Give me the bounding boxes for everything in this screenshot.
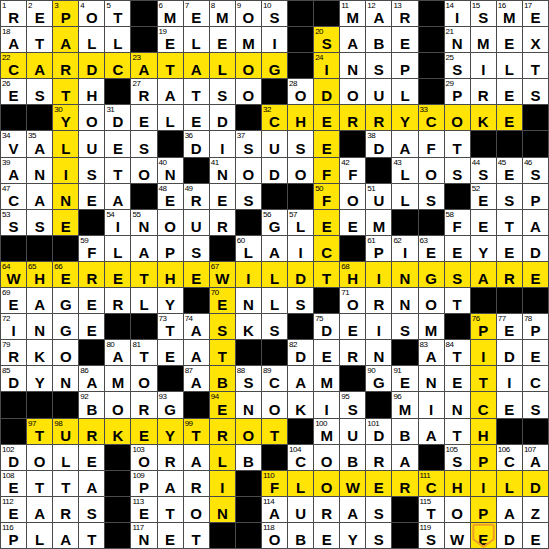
grid-cell[interactable]: A bbox=[419, 419, 444, 444]
grid-cell[interactable]: K bbox=[288, 392, 313, 417]
grid-cell[interactable]: 106C bbox=[497, 445, 522, 470]
grid-cell[interactable]: 56G bbox=[262, 210, 287, 235]
grid-cell[interactable]: R bbox=[366, 288, 391, 313]
grid-cell[interactable]: T bbox=[314, 262, 339, 287]
grid-cell[interactable]: L bbox=[53, 445, 78, 470]
grid-cell[interactable]: 29P bbox=[445, 79, 470, 104]
grid-cell[interactable]: C bbox=[314, 236, 339, 261]
grid-cell[interactable]: 39A bbox=[1, 158, 26, 183]
grid-cell[interactable]: S bbox=[131, 131, 156, 156]
grid-cell[interactable]: R bbox=[210, 210, 235, 235]
grid-cell[interactable]: I bbox=[210, 131, 235, 156]
grid-cell[interactable]: O bbox=[236, 419, 261, 444]
grid-cell[interactable]: E bbox=[523, 340, 548, 365]
grid-cell[interactable]: 92B bbox=[79, 392, 104, 417]
grid-cell[interactable]: 36D bbox=[184, 131, 209, 156]
grid-cell[interactable]: T bbox=[184, 79, 209, 104]
grid-cell[interactable]: 34V bbox=[1, 131, 26, 156]
cursor-cell[interactable]: E bbox=[471, 523, 496, 548]
grid-cell[interactable]: M bbox=[105, 366, 130, 391]
grid-cell[interactable]: O bbox=[53, 340, 78, 365]
grid-cell[interactable]: 95S bbox=[340, 392, 365, 417]
grid-cell[interactable]: 79R bbox=[1, 340, 26, 365]
grid-cell[interactable]: E bbox=[523, 523, 548, 548]
grid-cell[interactable]: T bbox=[445, 419, 470, 444]
grid-cell[interactable]: E bbox=[314, 210, 339, 235]
grid-cell[interactable]: 23A bbox=[131, 53, 156, 78]
grid-cell[interactable]: 91E bbox=[392, 366, 417, 391]
grid-cell[interactable]: 98U bbox=[53, 419, 78, 444]
grid-cell[interactable]: D bbox=[497, 340, 522, 365]
grid-cell[interactable]: 14I bbox=[445, 1, 470, 26]
grid-cell[interactable]: E bbox=[184, 105, 209, 130]
grid-cell[interactable]: U bbox=[340, 419, 365, 444]
grid-cell[interactable]: O bbox=[340, 79, 365, 104]
grid-cell[interactable]: R bbox=[392, 471, 417, 496]
grid-cell[interactable]: 105S bbox=[445, 445, 470, 470]
grid-cell[interactable]: 75D bbox=[314, 314, 339, 339]
grid-cell[interactable]: 116P bbox=[1, 523, 26, 548]
grid-cell[interactable]: 21N bbox=[445, 27, 470, 52]
grid-cell[interactable]: D bbox=[314, 79, 339, 104]
grid-cell[interactable]: M bbox=[314, 366, 339, 391]
grid-cell[interactable]: A bbox=[497, 497, 522, 522]
grid-cell[interactable]: H bbox=[288, 105, 313, 130]
grid-cell[interactable]: T bbox=[53, 471, 78, 496]
grid-cell[interactable]: T bbox=[27, 27, 52, 52]
grid-cell[interactable]: 93G bbox=[158, 392, 183, 417]
grid-cell[interactable]: O bbox=[340, 184, 365, 209]
grid-cell[interactable]: O bbox=[105, 392, 130, 417]
grid-cell[interactable]: 77E bbox=[497, 314, 522, 339]
grid-cell[interactable]: S bbox=[497, 184, 522, 209]
grid-cell[interactable]: 71O bbox=[340, 288, 365, 313]
grid-cell[interactable]: O bbox=[27, 445, 52, 470]
grid-cell[interactable]: 85D bbox=[1, 366, 26, 391]
grid-cell[interactable]: Y bbox=[471, 236, 496, 261]
grid-cell[interactable]: 86A bbox=[79, 366, 104, 391]
grid-cell[interactable]: T bbox=[497, 210, 522, 235]
grid-cell[interactable]: T bbox=[53, 79, 78, 104]
grid-cell[interactable]: L bbox=[27, 523, 52, 548]
grid-cell[interactable]: A bbox=[53, 523, 78, 548]
grid-cell[interactable]: 101D bbox=[366, 419, 391, 444]
grid-cell[interactable]: D bbox=[523, 236, 548, 261]
grid-cell[interactable]: 9O bbox=[236, 1, 261, 26]
grid-cell[interactable]: B bbox=[236, 445, 261, 470]
grid-cell[interactable]: A bbox=[184, 53, 209, 78]
grid-cell[interactable]: T bbox=[105, 158, 130, 183]
grid-cell[interactable]: 78P bbox=[523, 314, 548, 339]
grid-cell[interactable]: 12A bbox=[366, 1, 391, 26]
grid-cell[interactable]: A bbox=[53, 27, 78, 52]
grid-cell[interactable]: M bbox=[419, 314, 444, 339]
grid-cell[interactable]: 96M bbox=[392, 392, 417, 417]
grid-cell[interactable]: Y bbox=[158, 288, 183, 313]
grid-cell[interactable]: L bbox=[497, 53, 522, 78]
grid-cell[interactable]: 55N bbox=[131, 210, 156, 235]
grid-cell[interactable]: 17E bbox=[523, 1, 548, 26]
grid-cell[interactable]: G bbox=[419, 262, 444, 287]
grid-cell[interactable]: P bbox=[158, 236, 183, 261]
grid-cell[interactable]: 24I bbox=[314, 53, 339, 78]
grid-cell[interactable]: O bbox=[158, 210, 183, 235]
grid-cell[interactable]: E bbox=[105, 262, 130, 287]
grid-cell[interactable]: E bbox=[392, 27, 417, 52]
grid-cell[interactable]: E bbox=[314, 131, 339, 156]
grid-cell[interactable]: 27R bbox=[131, 79, 156, 104]
grid-cell[interactable]: Y bbox=[158, 419, 183, 444]
grid-cell[interactable]: 43L bbox=[392, 158, 417, 183]
grid-cell[interactable]: R bbox=[497, 262, 522, 287]
grid-cell[interactable]: 61P bbox=[366, 236, 391, 261]
grid-cell[interactable]: 25S bbox=[445, 53, 470, 78]
grid-cell[interactable]: E bbox=[210, 27, 235, 52]
grid-cell[interactable]: 94E bbox=[210, 392, 235, 417]
grid-cell[interactable]: H bbox=[445, 471, 470, 496]
grid-cell[interactable]: I bbox=[210, 471, 235, 496]
grid-cell[interactable]: 51U bbox=[366, 184, 391, 209]
grid-cell[interactable]: O bbox=[236, 79, 261, 104]
grid-cell[interactable]: O bbox=[131, 158, 156, 183]
grid-cell[interactable]: 104C bbox=[288, 445, 313, 470]
grid-cell[interactable]: N bbox=[340, 53, 365, 78]
grid-cell[interactable]: R bbox=[158, 445, 183, 470]
grid-cell[interactable]: 50F bbox=[314, 184, 339, 209]
grid-cell[interactable]: 111C bbox=[419, 471, 444, 496]
grid-cell[interactable]: O bbox=[131, 366, 156, 391]
grid-cell[interactable]: 62I bbox=[392, 236, 417, 261]
grid-cell[interactable]: E bbox=[314, 523, 339, 548]
grid-cell[interactable]: 100M bbox=[314, 419, 339, 444]
grid-cell[interactable]: O bbox=[419, 158, 444, 183]
grid-cell[interactable]: E bbox=[131, 419, 156, 444]
grid-cell[interactable]: M bbox=[471, 27, 496, 52]
grid-cell[interactable]: 65H bbox=[27, 262, 52, 287]
grid-cell[interactable]: K bbox=[236, 314, 261, 339]
grid-cell[interactable]: B bbox=[288, 523, 313, 548]
grid-cell[interactable]: D bbox=[79, 53, 104, 78]
grid-cell[interactable]: R bbox=[53, 53, 78, 78]
grid-cell[interactable]: T bbox=[523, 53, 548, 78]
grid-cell[interactable]: 83A bbox=[419, 340, 444, 365]
grid-cell[interactable]: 118O bbox=[262, 523, 287, 548]
grid-cell[interactable]: E bbox=[131, 105, 156, 130]
grid-cell[interactable]: R bbox=[79, 419, 104, 444]
grid-cell[interactable]: E bbox=[158, 523, 183, 548]
grid-cell[interactable]: I bbox=[497, 366, 522, 391]
grid-cell[interactable]: H bbox=[79, 79, 104, 104]
grid-cell[interactable]: O bbox=[445, 105, 470, 130]
grid-cell[interactable]: Y bbox=[27, 366, 52, 391]
grid-cell[interactable]: 40N bbox=[158, 158, 183, 183]
grid-cell[interactable]: U bbox=[184, 210, 209, 235]
grid-cell[interactable]: N bbox=[210, 497, 235, 522]
grid-cell[interactable]: O bbox=[236, 158, 261, 183]
grid-cell[interactable]: L bbox=[53, 131, 78, 156]
grid-cell[interactable]: L bbox=[262, 288, 287, 313]
grid-cell[interactable]: 73T bbox=[158, 314, 183, 339]
grid-cell[interactable]: N bbox=[236, 288, 261, 313]
grid-cell[interactable]: 64W bbox=[1, 262, 26, 287]
grid-cell[interactable]: I bbox=[366, 262, 391, 287]
grid-cell[interactable]: 59F bbox=[79, 236, 104, 261]
grid-cell[interactable]: E bbox=[79, 288, 104, 313]
grid-cell[interactable]: O bbox=[419, 288, 444, 313]
grid-cell[interactable]: E bbox=[497, 27, 522, 52]
grid-cell[interactable]: A bbox=[27, 184, 52, 209]
grid-cell[interactable]: B bbox=[392, 419, 417, 444]
grid-cell[interactable]: R bbox=[340, 105, 365, 130]
grid-cell[interactable]: M bbox=[236, 27, 261, 52]
grid-cell[interactable]: 90G bbox=[366, 366, 391, 391]
grid-cell[interactable]: D bbox=[497, 523, 522, 548]
grid-cell[interactable]: E bbox=[210, 184, 235, 209]
grid-cell[interactable]: T bbox=[184, 523, 209, 548]
grid-cell[interactable]: T bbox=[210, 340, 235, 365]
grid-cell[interactable]: I bbox=[236, 262, 261, 287]
grid-cell[interactable]: T bbox=[27, 471, 52, 496]
grid-cell[interactable]: E bbox=[366, 471, 391, 496]
grid-cell[interactable]: A bbox=[471, 262, 496, 287]
grid-cell[interactable]: 47C bbox=[1, 184, 26, 209]
grid-cell[interactable]: 38D bbox=[366, 131, 391, 156]
grid-cell[interactable]: A bbox=[158, 79, 183, 104]
grid-cell[interactable]: A bbox=[27, 53, 52, 78]
grid-cell[interactable]: N bbox=[445, 392, 470, 417]
grid-cell[interactable]: N bbox=[53, 366, 78, 391]
grid-cell[interactable]: L bbox=[105, 27, 130, 52]
grid-cell[interactable]: P bbox=[392, 53, 417, 78]
grid-cell[interactable]: S bbox=[419, 184, 444, 209]
grid-cell[interactable]: 10S bbox=[262, 1, 287, 26]
grid-cell[interactable]: O bbox=[314, 471, 339, 496]
grid-cell[interactable]: 28O bbox=[288, 79, 313, 104]
grid-cell[interactable]: E bbox=[314, 105, 339, 130]
grid-cell[interactable]: A bbox=[131, 236, 156, 261]
grid-cell[interactable]: 37S bbox=[236, 131, 261, 156]
grid-cell[interactable]: P bbox=[471, 445, 496, 470]
grid-cell[interactable]: 45E bbox=[497, 158, 522, 183]
grid-cell[interactable]: L bbox=[184, 27, 209, 52]
grid-cell[interactable]: 114A bbox=[262, 497, 287, 522]
grid-cell[interactable]: I bbox=[366, 314, 391, 339]
grid-cell[interactable]: F bbox=[314, 158, 339, 183]
grid-cell[interactable]: 113E bbox=[131, 497, 156, 522]
grid-cell[interactable]: L bbox=[158, 105, 183, 130]
grid-cell[interactable]: A bbox=[340, 497, 365, 522]
grid-cell[interactable]: L bbox=[79, 27, 104, 52]
grid-cell[interactable]: S bbox=[288, 131, 313, 156]
grid-cell[interactable]: 70E bbox=[210, 288, 235, 313]
grid-cell[interactable]: S bbox=[79, 158, 104, 183]
grid-cell[interactable]: 60L bbox=[236, 236, 261, 261]
grid-cell[interactable]: G bbox=[53, 288, 78, 313]
grid-cell[interactable]: E bbox=[445, 366, 470, 391]
grid-cell[interactable]: A bbox=[105, 184, 130, 209]
grid-cell[interactable]: D bbox=[210, 105, 235, 130]
grid-cell[interactable]: K bbox=[471, 105, 496, 130]
grid-cell[interactable]: 5T bbox=[105, 1, 130, 26]
grid-cell[interactable]: 102D bbox=[1, 445, 26, 470]
grid-cell[interactable]: I bbox=[53, 158, 78, 183]
grid-cell[interactable]: U bbox=[366, 79, 391, 104]
grid-cell[interactable]: 20S bbox=[314, 27, 339, 52]
grid-cell[interactable]: U bbox=[262, 131, 287, 156]
grid-cell[interactable]: E bbox=[184, 262, 209, 287]
grid-cell[interactable]: 41N bbox=[210, 158, 235, 183]
grid-cell[interactable]: Y bbox=[340, 523, 365, 548]
grid-cell[interactable]: S bbox=[366, 523, 391, 548]
grid-cell[interactable]: S bbox=[27, 210, 52, 235]
grid-cell[interactable]: N bbox=[236, 392, 261, 417]
grid-cell[interactable]: F bbox=[419, 131, 444, 156]
grid-cell[interactable]: 8M bbox=[210, 1, 235, 26]
grid-cell[interactable]: 69E bbox=[1, 288, 26, 313]
grid-cell[interactable]: B bbox=[210, 366, 235, 391]
grid-cell[interactable]: E bbox=[158, 340, 183, 365]
grid-cell[interactable]: N bbox=[392, 288, 417, 313]
grid-cell[interactable]: S bbox=[366, 53, 391, 78]
grid-cell[interactable]: G bbox=[53, 314, 78, 339]
grid-cell[interactable]: L bbox=[497, 471, 522, 496]
grid-cell[interactable]: I bbox=[471, 53, 496, 78]
grid-cell[interactable]: O bbox=[314, 445, 339, 470]
grid-cell[interactable]: 68H bbox=[340, 262, 365, 287]
grid-cell[interactable]: R bbox=[471, 79, 496, 104]
grid-cell[interactable]: 6M bbox=[158, 1, 183, 26]
grid-cell[interactable]: E bbox=[340, 314, 365, 339]
grid-cell[interactable]: R bbox=[366, 105, 391, 130]
grid-cell[interactable]: S bbox=[79, 497, 104, 522]
grid-cell[interactable]: D bbox=[288, 262, 313, 287]
grid-cell[interactable]: U bbox=[288, 497, 313, 522]
grid-cell[interactable]: 88S bbox=[236, 366, 261, 391]
grid-cell[interactable]: 31D bbox=[105, 105, 130, 130]
grid-cell[interactable]: 119S bbox=[419, 523, 444, 548]
grid-cell[interactable]: E bbox=[497, 236, 522, 261]
grid-cell[interactable]: I bbox=[471, 340, 496, 365]
grid-cell[interactable]: B bbox=[366, 27, 391, 52]
grid-cell[interactable]: E bbox=[497, 79, 522, 104]
grid-cell[interactable]: 109P bbox=[131, 471, 156, 496]
grid-cell[interactable]: T bbox=[158, 497, 183, 522]
grid-cell[interactable]: N bbox=[27, 158, 52, 183]
grid-cell[interactable]: 15S bbox=[471, 1, 496, 26]
grid-cell[interactable]: I bbox=[419, 392, 444, 417]
grid-cell[interactable]: B bbox=[340, 445, 365, 470]
grid-cell[interactable]: A bbox=[158, 471, 183, 496]
grid-cell[interactable]: 63E bbox=[419, 236, 444, 261]
grid-cell[interactable]: L bbox=[210, 53, 235, 78]
grid-cell[interactable]: N bbox=[392, 262, 417, 287]
grid-cell[interactable]: L bbox=[392, 79, 417, 104]
grid-cell[interactable]: S bbox=[523, 79, 548, 104]
grid-cell[interactable]: S bbox=[445, 158, 470, 183]
grid-cell[interactable]: R bbox=[131, 392, 156, 417]
grid-cell[interactable]: S bbox=[262, 314, 287, 339]
grid-cell[interactable]: 3P bbox=[53, 1, 78, 26]
grid-cell[interactable]: 87A bbox=[184, 366, 209, 391]
grid-cell[interactable]: 7E bbox=[184, 1, 209, 26]
grid-cell[interactable]: 46S bbox=[523, 158, 548, 183]
grid-cell[interactable]: E bbox=[471, 210, 496, 235]
grid-cell[interactable]: 48E bbox=[158, 184, 183, 209]
grid-cell[interactable]: N bbox=[419, 366, 444, 391]
grid-cell[interactable]: 18A bbox=[1, 27, 26, 52]
grid-cell[interactable]: 97T bbox=[27, 419, 52, 444]
grid-cell[interactable]: 22C bbox=[1, 53, 26, 78]
grid-cell[interactable]: N bbox=[27, 314, 52, 339]
grid-cell[interactable]: R bbox=[366, 445, 391, 470]
grid-cell[interactable]: 84T bbox=[445, 340, 470, 365]
grid-cell[interactable]: T bbox=[158, 53, 183, 78]
grid-cell[interactable]: E bbox=[314, 340, 339, 365]
grid-cell[interactable]: L bbox=[288, 471, 313, 496]
grid-cell[interactable]: 16M bbox=[497, 1, 522, 26]
grid-cell[interactable]: C bbox=[523, 366, 548, 391]
grid-cell[interactable]: 35A bbox=[27, 131, 52, 156]
grid-cell[interactable]: 58F bbox=[445, 210, 470, 235]
grid-cell[interactable]: T bbox=[262, 419, 287, 444]
grid-cell[interactable]: 103O bbox=[131, 445, 156, 470]
grid-cell[interactable]: 107A bbox=[523, 445, 548, 470]
grid-cell[interactable]: L bbox=[392, 184, 417, 209]
grid-cell[interactable]: 49R bbox=[184, 184, 209, 209]
grid-cell[interactable]: 53S bbox=[1, 210, 26, 235]
grid-cell[interactable]: O bbox=[184, 497, 209, 522]
grid-cell[interactable]: I bbox=[314, 392, 339, 417]
grid-cell[interactable]: Y bbox=[392, 105, 417, 130]
grid-cell[interactable]: H bbox=[158, 262, 183, 287]
grid-cell[interactable]: W bbox=[445, 523, 470, 548]
grid-cell[interactable]: A bbox=[340, 27, 365, 52]
grid-cell[interactable]: 11M bbox=[340, 1, 365, 26]
grid-cell[interactable]: T bbox=[445, 288, 470, 313]
grid-cell[interactable]: S bbox=[445, 262, 470, 287]
grid-cell[interactable]: O bbox=[288, 158, 313, 183]
grid-cell[interactable]: 82D bbox=[288, 340, 313, 365]
grid-cell[interactable]: 115T bbox=[419, 497, 444, 522]
grid-cell[interactable]: W bbox=[340, 471, 365, 496]
grid-cell[interactable]: S bbox=[210, 314, 235, 339]
grid-cell[interactable]: R bbox=[340, 340, 365, 365]
grid-cell[interactable]: E bbox=[523, 262, 548, 287]
grid-cell[interactable]: R bbox=[105, 288, 130, 313]
grid-cell[interactable]: T bbox=[131, 262, 156, 287]
grid-cell[interactable]: 80A bbox=[105, 340, 130, 365]
grid-cell[interactable]: 52E bbox=[471, 184, 496, 209]
grid-cell[interactable]: E bbox=[497, 105, 522, 130]
grid-cell[interactable]: 67W bbox=[210, 262, 235, 287]
grid-cell[interactable]: K bbox=[27, 340, 52, 365]
grid-cell[interactable]: O bbox=[79, 105, 104, 130]
grid-cell[interactable]: A bbox=[184, 340, 209, 365]
grid-cell[interactable]: R bbox=[184, 471, 209, 496]
grid-cell[interactable]: R bbox=[53, 497, 78, 522]
grid-cell[interactable]: A bbox=[27, 288, 52, 313]
grid-cell[interactable]: 72I bbox=[1, 314, 26, 339]
grid-cell[interactable]: T bbox=[471, 366, 496, 391]
grid-cell[interactable]: 81T bbox=[131, 340, 156, 365]
grid-cell[interactable]: 2E bbox=[27, 1, 52, 26]
grid-cell[interactable]: E bbox=[340, 210, 365, 235]
grid-cell[interactable]: S bbox=[392, 314, 417, 339]
grid-cell[interactable]: P bbox=[523, 184, 548, 209]
grid-cell[interactable]: O bbox=[262, 392, 287, 417]
grid-cell[interactable]: N bbox=[366, 340, 391, 365]
grid-cell[interactable]: A bbox=[262, 236, 287, 261]
